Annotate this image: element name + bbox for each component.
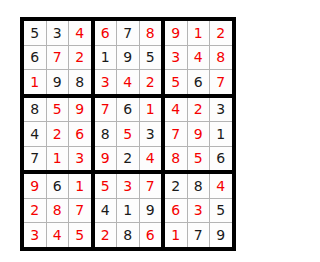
cell-r8c3[interactable]: 7 — [69, 199, 91, 223]
cell-r4c2[interactable]: 5 — [47, 98, 69, 122]
cell-r7c3[interactable]: 1 — [69, 174, 91, 198]
cell-r1c2[interactable]: 3 — [47, 21, 69, 45]
cell-r8c7[interactable]: 6 — [165, 199, 187, 223]
cell-r5c9[interactable]: 1 — [210, 122, 232, 146]
cell-r2c5[interactable]: 9 — [117, 46, 139, 70]
cell-r5c1[interactable]: 4 — [24, 122, 46, 146]
cell-r9c3[interactable]: 5 — [69, 223, 91, 247]
cell-r3c8[interactable]: 6 — [188, 70, 210, 94]
cell-r9c6[interactable]: 6 — [140, 223, 162, 247]
cell-r2c7[interactable]: 3 — [165, 46, 187, 70]
cell-r1c8[interactable]: 1 — [188, 21, 210, 45]
cell-r6c2[interactable]: 1 — [47, 147, 69, 171]
cell-r6c5[interactable]: 2 — [117, 147, 139, 171]
cell-r9c7[interactable]: 1 — [165, 223, 187, 247]
cell-r3c1[interactable]: 1 — [24, 70, 46, 94]
box-8: 284635179 — [165, 174, 232, 247]
cell-r7c6[interactable]: 7 — [140, 174, 162, 198]
cell-r6c9[interactable]: 6 — [210, 147, 232, 171]
cell-r5c2[interactable]: 2 — [47, 122, 69, 146]
cell-r2c2[interactable]: 7 — [47, 46, 69, 70]
box-7: 537419286 — [95, 174, 162, 247]
cell-r4c7[interactable]: 4 — [165, 98, 187, 122]
cell-r3c7[interactable]: 5 — [165, 70, 187, 94]
cell-r6c8[interactable]: 5 — [188, 147, 210, 171]
cell-r1c3[interactable]: 4 — [69, 21, 91, 45]
box-1: 678195342 — [95, 21, 162, 94]
cell-r3c5[interactable]: 4 — [117, 70, 139, 94]
cell-r8c5[interactable]: 1 — [117, 199, 139, 223]
cell-r7c7[interactable]: 2 — [165, 174, 187, 198]
cell-r6c6[interactable]: 4 — [140, 147, 162, 171]
cell-r5c6[interactable]: 3 — [140, 122, 162, 146]
cell-r8c9[interactable]: 5 — [210, 199, 232, 223]
cell-r8c4[interactable]: 4 — [95, 199, 117, 223]
box-5: 423791856 — [165, 98, 232, 171]
cell-r8c2[interactable]: 8 — [47, 199, 69, 223]
cell-r7c4[interactable]: 5 — [95, 174, 117, 198]
cell-r8c6[interactable]: 9 — [140, 199, 162, 223]
cell-r2c1[interactable]: 6 — [24, 46, 46, 70]
cell-r9c4[interactable]: 2 — [95, 223, 117, 247]
cell-r9c9[interactable]: 9 — [210, 223, 232, 247]
cell-r4c5[interactable]: 6 — [117, 98, 139, 122]
cell-r2c6[interactable]: 5 — [140, 46, 162, 70]
cell-r1c1[interactable]: 5 — [24, 21, 46, 45]
cell-r3c4[interactable]: 3 — [95, 70, 117, 94]
cell-r5c8[interactable]: 9 — [188, 122, 210, 146]
cell-r7c9[interactable]: 4 — [210, 174, 232, 198]
cell-r5c4[interactable]: 8 — [95, 122, 117, 146]
cell-r7c8[interactable]: 8 — [188, 174, 210, 198]
cell-r9c5[interactable]: 8 — [117, 223, 139, 247]
cell-r4c6[interactable]: 1 — [140, 98, 162, 122]
cell-r1c7[interactable]: 9 — [165, 21, 187, 45]
cell-r6c1[interactable]: 7 — [24, 147, 46, 171]
cell-r6c4[interactable]: 9 — [95, 147, 117, 171]
cell-r5c7[interactable]: 7 — [165, 122, 187, 146]
page: 5346721986781953429123485678594267137618… — [0, 0, 320, 262]
box-0: 534672198 — [24, 21, 91, 94]
cell-r3c9[interactable]: 7 — [210, 70, 232, 94]
cell-r8c8[interactable]: 3 — [188, 199, 210, 223]
cell-r1c9[interactable]: 2 — [210, 21, 232, 45]
cell-r5c3[interactable]: 6 — [69, 122, 91, 146]
cell-r4c1[interactable]: 8 — [24, 98, 46, 122]
cell-r7c2[interactable]: 6 — [47, 174, 69, 198]
cell-r3c2[interactable]: 9 — [47, 70, 69, 94]
cell-r9c2[interactable]: 4 — [47, 223, 69, 247]
cell-r8c1[interactable]: 2 — [24, 199, 46, 223]
cell-r2c3[interactable]: 2 — [69, 46, 91, 70]
cell-r1c4[interactable]: 6 — [95, 21, 117, 45]
cell-r5c5[interactable]: 5 — [117, 122, 139, 146]
cell-r3c3[interactable]: 8 — [69, 70, 91, 94]
cell-r4c9[interactable]: 3 — [210, 98, 232, 122]
cell-r7c1[interactable]: 9 — [24, 174, 46, 198]
cell-r9c1[interactable]: 3 — [24, 223, 46, 247]
box-4: 761853924 — [95, 98, 162, 171]
cell-r2c9[interactable]: 8 — [210, 46, 232, 70]
cell-r2c4[interactable]: 1 — [95, 46, 117, 70]
cell-r1c6[interactable]: 8 — [140, 21, 162, 45]
box-6: 961287345 — [24, 174, 91, 247]
box-2: 912348567 — [165, 21, 232, 94]
cell-r4c8[interactable]: 2 — [188, 98, 210, 122]
sudoku-board: 5346721986781953429123485678594267137618… — [20, 17, 236, 251]
box-3: 859426713 — [24, 98, 91, 171]
cell-r6c3[interactable]: 3 — [69, 147, 91, 171]
cell-r7c5[interactable]: 3 — [117, 174, 139, 198]
cell-r9c8[interactable]: 7 — [188, 223, 210, 247]
cell-r4c4[interactable]: 7 — [95, 98, 117, 122]
cell-r6c7[interactable]: 8 — [165, 147, 187, 171]
cell-r2c8[interactable]: 4 — [188, 46, 210, 70]
cell-r3c6[interactable]: 2 — [140, 70, 162, 94]
cell-r1c5[interactable]: 7 — [117, 21, 139, 45]
cell-r4c3[interactable]: 9 — [69, 98, 91, 122]
